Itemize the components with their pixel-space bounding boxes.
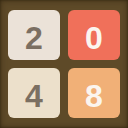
- 2048-board[interactable]: 2 0 4 8: [0, 0, 128, 128]
- tile-2: 2: [8, 10, 60, 60]
- tile-4: 4: [8, 68, 60, 118]
- tile-0-value: 0: [85, 22, 103, 54]
- tile-8: 8: [68, 68, 120, 118]
- tile-2-value: 2: [25, 22, 43, 54]
- tile-4-value: 4: [25, 80, 43, 112]
- tile-8-value: 8: [85, 80, 103, 112]
- tile-0: 0: [68, 10, 120, 60]
